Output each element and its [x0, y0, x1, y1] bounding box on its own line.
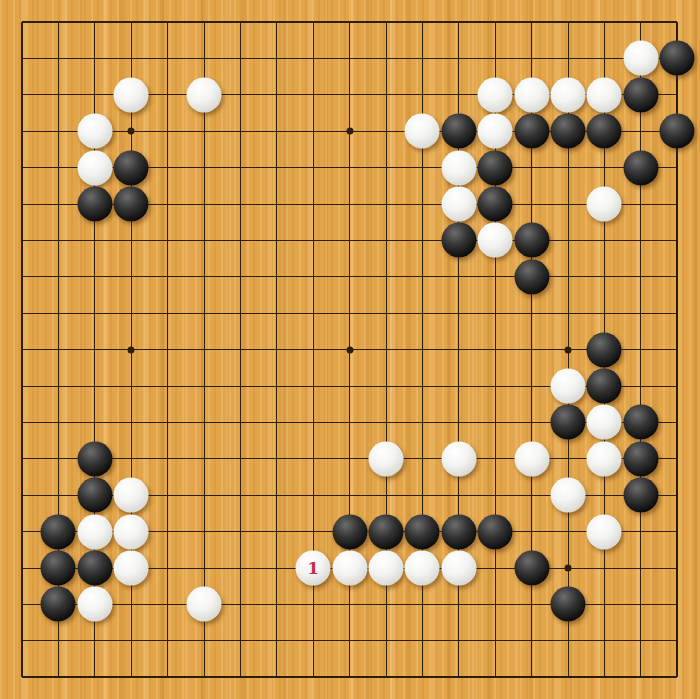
black-stone: [514, 259, 549, 294]
black-stone: [441, 114, 476, 149]
grid-line-horizontal: [22, 458, 677, 459]
black-stone: [514, 114, 549, 149]
black-stone: [41, 551, 76, 586]
white-stone: [114, 551, 149, 586]
white-stone: [369, 551, 404, 586]
white-stone: [77, 514, 112, 549]
white-stone: [187, 77, 222, 112]
black-stone: [441, 223, 476, 258]
white-stone: [514, 77, 549, 112]
black-stone: [551, 405, 586, 440]
black-stone: [332, 514, 367, 549]
white-stone: [551, 369, 586, 404]
white-stone: [441, 187, 476, 222]
white-stone: [587, 187, 622, 222]
black-stone: [623, 441, 658, 476]
black-stone: [478, 514, 513, 549]
black-stone: [587, 114, 622, 149]
black-stone: [660, 114, 695, 149]
white-stone: [77, 114, 112, 149]
black-stone: [514, 551, 549, 586]
black-stone: [587, 332, 622, 367]
move-number-label: 1: [307, 560, 319, 577]
white-stone: [114, 478, 149, 513]
black-stone: [77, 551, 112, 586]
grid-line-vertical: [640, 22, 641, 677]
white-stone: [332, 551, 367, 586]
black-stone: [623, 405, 658, 440]
white-stone: [587, 514, 622, 549]
black-stone: [623, 478, 658, 513]
black-stone: [514, 223, 549, 258]
black-stone: [551, 587, 586, 622]
white-stone: [623, 41, 658, 76]
white-stone: [369, 441, 404, 476]
white-stone: [405, 551, 440, 586]
white-stone: [77, 587, 112, 622]
black-stone: [551, 114, 586, 149]
white-stone: [587, 77, 622, 112]
black-stone: [623, 150, 658, 185]
black-stone: [587, 369, 622, 404]
white-stone: [405, 114, 440, 149]
white-stone: [441, 150, 476, 185]
white-stone: [77, 150, 112, 185]
white-stone: [587, 441, 622, 476]
white-stone: [551, 77, 586, 112]
black-stone: [77, 478, 112, 513]
white-stone: [478, 77, 513, 112]
star-point: [128, 346, 135, 353]
black-stone: [478, 187, 513, 222]
black-stone: [441, 514, 476, 549]
white-stone: [114, 514, 149, 549]
black-stone: [114, 150, 149, 185]
black-stone: [405, 514, 440, 549]
white-stone: [551, 478, 586, 513]
white-stone: [441, 551, 476, 586]
star-point: [346, 128, 353, 135]
white-stone: 1: [296, 551, 331, 586]
white-stone: [441, 441, 476, 476]
black-stone: [114, 187, 149, 222]
star-point: [128, 128, 135, 135]
star-point: [565, 346, 572, 353]
black-stone: [369, 514, 404, 549]
white-stone: [478, 114, 513, 149]
white-stone: [114, 77, 149, 112]
black-stone: [623, 77, 658, 112]
white-stone: [187, 587, 222, 622]
black-stone: [77, 441, 112, 476]
black-stone: [41, 587, 76, 622]
black-stone: [660, 41, 695, 76]
star-point: [565, 565, 572, 572]
go-board[interactable]: 1: [0, 0, 700, 699]
white-stone: [478, 223, 513, 258]
star-point: [346, 346, 353, 353]
black-stone: [41, 514, 76, 549]
grid-line-horizontal: [22, 640, 677, 641]
black-stone: [77, 187, 112, 222]
black-stone: [478, 150, 513, 185]
grid-line-horizontal: [22, 676, 677, 678]
white-stone: [514, 441, 549, 476]
white-stone: [587, 405, 622, 440]
